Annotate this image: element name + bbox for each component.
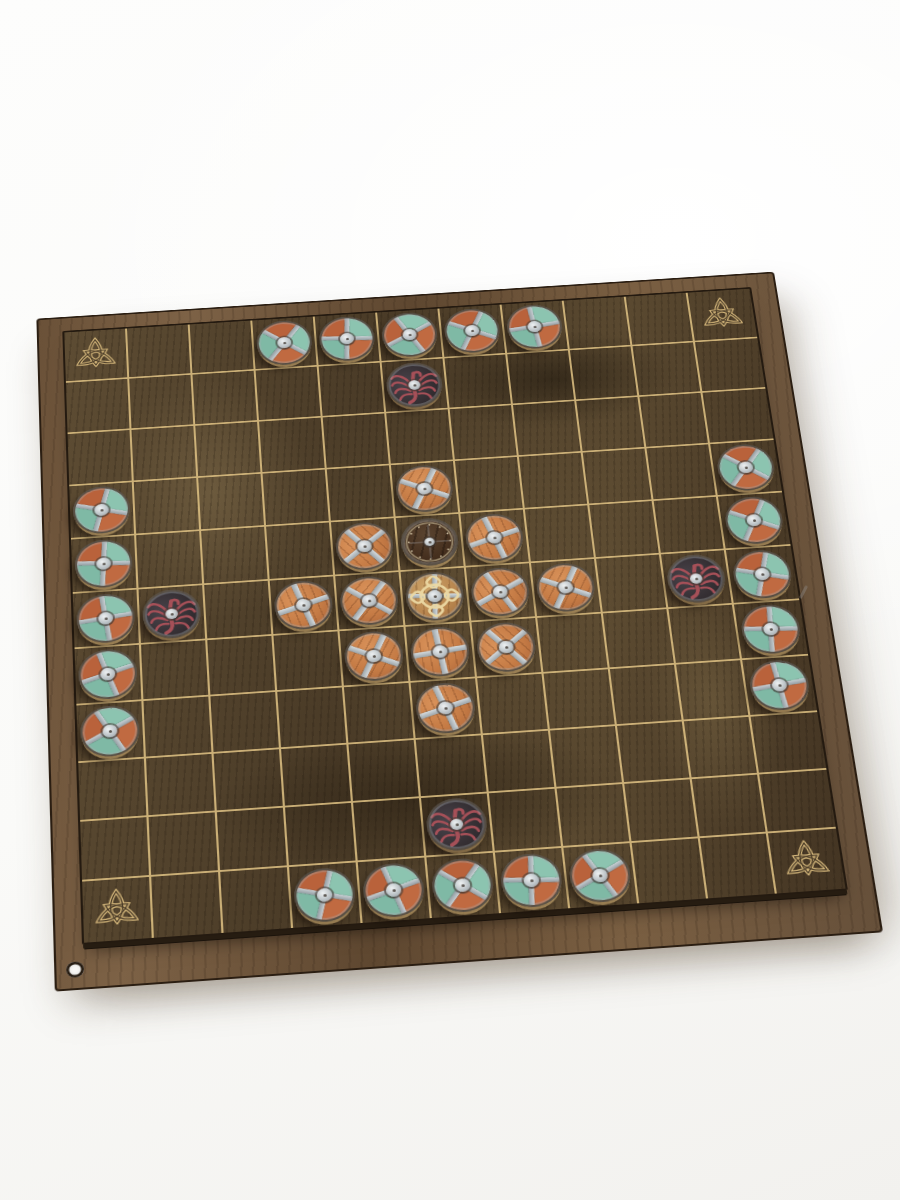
board-cell: [207, 636, 277, 697]
defender-shield-piece[interactable]: [273, 579, 334, 631]
board-cell: [146, 754, 217, 817]
board-cell: [710, 440, 782, 497]
board-cell: [583, 448, 654, 505]
board-cell: [204, 581, 273, 641]
board-cell: [576, 397, 646, 453]
attacker-shield-piece[interactable]: [76, 592, 136, 644]
board-cell: [281, 744, 353, 807]
attacker-shield-piece[interactable]: [722, 495, 786, 545]
board-cell: [386, 409, 455, 465]
board-cell: [71, 535, 139, 594]
defender-shield-piece[interactable]: [394, 464, 455, 514]
board-cell: [149, 812, 221, 877]
base-board: [36, 272, 883, 992]
board-cell: [676, 660, 751, 721]
hanging-hole: [66, 961, 84, 978]
board-cell: [132, 426, 199, 482]
board-cell: [513, 401, 583, 457]
attacker-shield-piece[interactable]: [499, 852, 565, 909]
attacker-shield-piece[interactable]: [293, 866, 357, 923]
board-cell: [525, 505, 596, 563]
attacker-shield-piece[interactable]: [747, 658, 813, 711]
board-cell: [544, 669, 617, 730]
attacker-shield-piece[interactable]: [78, 648, 138, 701]
board-grid: [64, 289, 845, 943]
board-cell: [460, 509, 531, 567]
board-cell: [564, 297, 633, 351]
board-cell: [684, 717, 759, 779]
attacker-shield-piece[interactable]: [714, 443, 777, 493]
board-cell: [210, 692, 281, 754]
board-cell: [502, 301, 570, 355]
board-cell: [201, 527, 270, 585]
board-cell: [646, 444, 717, 501]
board-cell: [444, 354, 513, 409]
defender-shield-piece[interactable]: [414, 681, 477, 735]
board-cell: [396, 514, 466, 572]
corner-escape-cell: [82, 877, 154, 943]
board-cell: [718, 492, 791, 550]
board-cell: [654, 497, 726, 555]
triquetra-knot-icon: [90, 885, 144, 934]
board-cell: [331, 518, 401, 576]
triquetra-knot-icon: [778, 837, 836, 886]
board-cell: [692, 774, 768, 838]
board-cell: [483, 731, 557, 794]
board-cell: [129, 375, 195, 430]
king-piece[interactable]: [404, 570, 466, 622]
board-cell: [489, 789, 563, 853]
board-cell: [416, 735, 489, 798]
board-cell: [626, 293, 695, 347]
board-cell: [624, 779, 700, 843]
board-cell: [377, 309, 444, 363]
board-cell: [439, 305, 507, 359]
board-cell: [78, 758, 148, 821]
board-cell: [80, 817, 151, 882]
board-cell: [340, 627, 411, 688]
attacker-shield-piece[interactable]: [74, 538, 133, 589]
attacker-shield-piece[interactable]: [430, 857, 495, 914]
defender-shield-piece[interactable]: [475, 621, 538, 674]
board-cell: [610, 665, 684, 726]
board-cell: [617, 721, 692, 784]
board-cell: [632, 342, 702, 397]
corner-escape-cell: [688, 289, 758, 343]
board-cell: [319, 362, 387, 417]
board-cell: [455, 457, 525, 514]
corner-escape-cell: [768, 829, 846, 894]
board-cell: [466, 563, 537, 622]
board-cell: [661, 550, 734, 609]
board-cell: [141, 640, 210, 701]
attacker-raven-piece[interactable]: [664, 553, 728, 605]
board-cell: [450, 405, 519, 461]
board-cell: [668, 605, 742, 665]
board-cell: [348, 740, 421, 803]
board-cell: [198, 474, 266, 531]
board-cell: [277, 687, 348, 749]
defender-shield-piece[interactable]: [464, 512, 526, 563]
board-cell: [563, 843, 639, 908]
board-cell: [471, 618, 543, 678]
board-cell: [315, 312, 382, 366]
board-cell: [751, 712, 827, 774]
board-cell: [127, 324, 192, 378]
board-cell: [742, 656, 817, 717]
board-cell: [726, 546, 799, 605]
board-cell: [76, 701, 146, 763]
board-cell: [537, 613, 610, 673]
board-cell: [151, 872, 223, 938]
defender-shield-piece[interactable]: [534, 562, 597, 614]
defender-shield-piece[interactable]: [334, 521, 395, 572]
attacker-shield-piece[interactable]: [361, 862, 426, 919]
board-cell: [550, 726, 624, 789]
triquetra-knot-icon: [71, 334, 120, 375]
board-cell: [256, 367, 323, 422]
attacker-raven-piece[interactable]: [385, 361, 445, 409]
board-cell: [68, 430, 134, 486]
attacker-shield-piece[interactable]: [738, 603, 803, 655]
board-cell: [344, 683, 416, 745]
board-cell: [695, 338, 765, 393]
board-cell: [411, 678, 483, 740]
attacker-shield-piece[interactable]: [318, 315, 377, 362]
board-cell: [531, 559, 603, 618]
attacker-raven-piece[interactable]: [424, 796, 489, 852]
board-cell: [421, 793, 495, 857]
dark-shield-piece[interactable]: [399, 517, 460, 568]
board-cell: [391, 461, 460, 518]
defender-shield-piece[interactable]: [469, 566, 531, 618]
board-cell: [700, 833, 777, 898]
board-cell: [195, 422, 262, 478]
board-cell: [134, 478, 201, 535]
board-cell: [73, 589, 141, 649]
corner-escape-cell: [64, 328, 129, 382]
attacker-shield-piece[interactable]: [443, 307, 502, 354]
board-cell: [507, 350, 576, 405]
board-cell: [632, 838, 708, 903]
board-cell: [266, 522, 335, 580]
board-cell: [557, 784, 632, 848]
board-cell: [263, 469, 331, 526]
attacker-raven-piece[interactable]: [142, 588, 202, 640]
board-cell: [335, 572, 405, 631]
board-cell: [495, 848, 570, 913]
board-cell: [143, 696, 213, 758]
board-cell: [323, 413, 391, 469]
attacker-shield-piece[interactable]: [72, 485, 130, 535]
hnefatafl-board: [62, 287, 848, 945]
board-cell: [190, 320, 256, 374]
board-cell: [217, 807, 289, 871]
board-cell: [270, 576, 340, 635]
board-cell: [477, 674, 550, 736]
triquetra-knot-icon: [696, 295, 748, 335]
board-cell: [570, 346, 640, 401]
board-cell: [519, 453, 589, 510]
board-cell: [734, 600, 808, 660]
board-cell: [353, 798, 426, 862]
attacker-shield-piece[interactable]: [380, 311, 439, 358]
board-cell: [75, 645, 144, 706]
board-scene: [0, 227, 870, 987]
board-cell: [139, 585, 208, 645]
attacker-shield-piece[interactable]: [567, 847, 633, 904]
board-cell: [252, 316, 318, 370]
board-cell: [136, 531, 204, 589]
board-cell: [69, 482, 136, 539]
board-cell: [603, 609, 676, 669]
board-cell: [589, 501, 661, 559]
board-cell: [382, 358, 450, 413]
board-cell: [289, 862, 363, 928]
board-cell: [214, 749, 285, 812]
defender-shield-piece[interactable]: [338, 575, 400, 627]
board-cell: [406, 622, 478, 682]
board-cell: [273, 631, 344, 692]
defender-shield-piece[interactable]: [343, 630, 405, 683]
board-cell: [401, 567, 472, 626]
board-cell: [596, 554, 668, 613]
board-cell: [358, 857, 432, 923]
board-cell: [259, 417, 327, 473]
board-cell: [192, 371, 259, 426]
attacker-shield-piece[interactable]: [505, 303, 565, 350]
board-cell: [220, 867, 293, 933]
defender-shield-piece[interactable]: [409, 625, 472, 678]
attacker-shield-piece[interactable]: [730, 549, 794, 600]
board-cell: [702, 389, 773, 445]
board-cell: [66, 379, 132, 434]
attacker-shield-piece[interactable]: [80, 704, 141, 758]
attacker-shield-piece[interactable]: [255, 319, 313, 366]
board-cell: [285, 803, 358, 867]
board-cell: [759, 770, 836, 834]
board-cell: [639, 393, 710, 449]
board-cell: [426, 853, 501, 918]
board-cell: [327, 465, 396, 522]
